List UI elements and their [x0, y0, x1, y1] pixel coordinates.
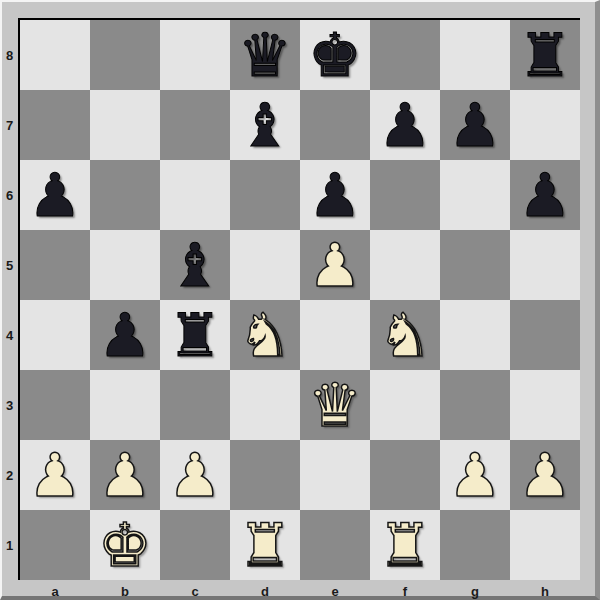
square-a7[interactable]: [20, 90, 90, 160]
square-h3[interactable]: [510, 370, 580, 440]
square-a8[interactable]: [20, 20, 90, 90]
file-label-f: f: [370, 584, 440, 598]
square-h5[interactable]: [510, 230, 580, 300]
piece-white-rook-f1[interactable]: ♜: [378, 510, 432, 580]
square-a3[interactable]: [20, 370, 90, 440]
square-g3[interactable]: [440, 370, 510, 440]
square-a5[interactable]: [20, 230, 90, 300]
square-e3[interactable]: ♛: [300, 370, 370, 440]
square-f2[interactable]: [370, 440, 440, 510]
piece-white-pawn-h2[interactable]: ♟: [518, 440, 572, 510]
square-e5[interactable]: ♟: [300, 230, 370, 300]
square-g8[interactable]: [440, 20, 510, 90]
rank-label-7: 7: [2, 90, 17, 160]
file-label-h: h: [510, 584, 580, 598]
square-e2[interactable]: [300, 440, 370, 510]
square-d1[interactable]: ♜: [230, 510, 300, 580]
piece-white-king-b1[interactable]: ♚: [98, 510, 152, 580]
square-b8[interactable]: [90, 20, 160, 90]
square-h1[interactable]: [510, 510, 580, 580]
square-b1[interactable]: ♚: [90, 510, 160, 580]
piece-white-rook-d1[interactable]: ♜: [238, 510, 292, 580]
piece-white-pawn-g2[interactable]: ♟: [448, 440, 502, 510]
square-e4[interactable]: [300, 300, 370, 370]
square-c2[interactable]: ♟: [160, 440, 230, 510]
rank-label-3: 3: [2, 370, 17, 440]
square-b5[interactable]: [90, 230, 160, 300]
file-label-d: d: [230, 584, 300, 598]
piece-white-pawn-a2[interactable]: ♟: [28, 440, 82, 510]
square-g5[interactable]: [440, 230, 510, 300]
file-label-a: a: [20, 584, 90, 598]
square-a1[interactable]: [20, 510, 90, 580]
square-h6[interactable]: ♟: [510, 160, 580, 230]
piece-black-king-e8[interactable]: ♚: [308, 20, 362, 90]
board-frame: 87654321 ♛♚♜♝♟♟♟♟♟♝♟♟♜♞♞♛♟♟♟♟♟♚♜♜ abcdef…: [0, 0, 600, 600]
piece-black-rook-h8[interactable]: ♜: [518, 20, 572, 90]
square-c7[interactable]: [160, 90, 230, 160]
piece-white-knight-f4[interactable]: ♞: [378, 300, 432, 370]
square-c1[interactable]: [160, 510, 230, 580]
piece-black-pawn-e6[interactable]: ♟: [308, 160, 362, 230]
square-g1[interactable]: [440, 510, 510, 580]
square-a6[interactable]: ♟: [20, 160, 90, 230]
piece-white-knight-d4[interactable]: ♞: [238, 300, 292, 370]
square-b2[interactable]: ♟: [90, 440, 160, 510]
square-d3[interactable]: [230, 370, 300, 440]
square-a2[interactable]: ♟: [20, 440, 90, 510]
chess-board[interactable]: ♛♚♜♝♟♟♟♟♟♝♟♟♜♞♞♛♟♟♟♟♟♚♜♜: [18, 18, 580, 580]
square-a4[interactable]: [20, 300, 90, 370]
square-c4[interactable]: ♜: [160, 300, 230, 370]
square-h8[interactable]: ♜: [510, 20, 580, 90]
square-b3[interactable]: [90, 370, 160, 440]
file-label-c: c: [160, 584, 230, 598]
square-g7[interactable]: ♟: [440, 90, 510, 160]
square-f1[interactable]: ♜: [370, 510, 440, 580]
square-h4[interactable]: [510, 300, 580, 370]
rank-label-8: 8: [2, 20, 17, 90]
square-d7[interactable]: ♝: [230, 90, 300, 160]
piece-white-pawn-c2[interactable]: ♟: [168, 440, 222, 510]
square-c3[interactable]: [160, 370, 230, 440]
square-f6[interactable]: [370, 160, 440, 230]
piece-white-pawn-b2[interactable]: ♟: [98, 440, 152, 510]
piece-black-bishop-c5[interactable]: ♝: [168, 230, 222, 300]
square-f4[interactable]: ♞: [370, 300, 440, 370]
piece-black-bishop-d7[interactable]: ♝: [238, 90, 292, 160]
piece-black-rook-c4[interactable]: ♜: [168, 300, 222, 370]
square-b7[interactable]: [90, 90, 160, 160]
square-b6[interactable]: [90, 160, 160, 230]
file-label-e: e: [300, 584, 370, 598]
rank-label-4: 4: [2, 300, 17, 370]
square-f3[interactable]: [370, 370, 440, 440]
square-d8[interactable]: ♛: [230, 20, 300, 90]
piece-white-pawn-e5[interactable]: ♟: [308, 230, 362, 300]
square-d5[interactable]: [230, 230, 300, 300]
square-b4[interactable]: ♟: [90, 300, 160, 370]
square-g4[interactable]: [440, 300, 510, 370]
square-d2[interactable]: [230, 440, 300, 510]
piece-black-queen-d8[interactable]: ♛: [238, 20, 292, 90]
square-c8[interactable]: [160, 20, 230, 90]
square-h2[interactable]: ♟: [510, 440, 580, 510]
square-f8[interactable]: [370, 20, 440, 90]
piece-white-queen-e3[interactable]: ♛: [308, 370, 362, 440]
square-e1[interactable]: [300, 510, 370, 580]
square-e7[interactable]: [300, 90, 370, 160]
piece-black-pawn-h6[interactable]: ♟: [518, 160, 572, 230]
square-e6[interactable]: ♟: [300, 160, 370, 230]
square-g6[interactable]: [440, 160, 510, 230]
piece-black-pawn-g7[interactable]: ♟: [448, 90, 502, 160]
square-c6[interactable]: [160, 160, 230, 230]
square-g2[interactable]: ♟: [440, 440, 510, 510]
file-label-g: g: [440, 584, 510, 598]
rank-label-5: 5: [2, 230, 17, 300]
square-h7[interactable]: [510, 90, 580, 160]
square-f7[interactable]: ♟: [370, 90, 440, 160]
square-e8[interactable]: ♚: [300, 20, 370, 90]
piece-black-pawn-b4[interactable]: ♟: [98, 300, 152, 370]
file-label-b: b: [90, 584, 160, 598]
piece-black-pawn-f7[interactable]: ♟: [378, 90, 432, 160]
rank-label-1: 1: [2, 510, 17, 580]
square-d4[interactable]: ♞: [230, 300, 300, 370]
square-d6[interactable]: [230, 160, 300, 230]
rank-label-6: 6: [2, 160, 17, 230]
piece-black-pawn-a6[interactable]: ♟: [28, 160, 82, 230]
rank-label-2: 2: [2, 440, 17, 510]
square-f5[interactable]: [370, 230, 440, 300]
square-c5[interactable]: ♝: [160, 230, 230, 300]
